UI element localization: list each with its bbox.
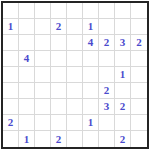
cell-r6-c1[interactable]	[3, 83, 19, 99]
cell-r5-c3[interactable]	[35, 67, 51, 83]
cell-r8-c2[interactable]	[19, 115, 35, 131]
cell-r8-c7[interactable]	[99, 115, 115, 131]
cell-r3-c6[interactable]: 4	[83, 35, 99, 51]
cell-r4-c9[interactable]	[131, 51, 147, 67]
cell-r2-c4[interactable]: 2	[51, 19, 67, 35]
cell-r4-c1[interactable]	[3, 51, 19, 67]
cell-r3-c3[interactable]	[35, 35, 51, 51]
cell-r4-c6[interactable]	[83, 51, 99, 67]
cell-r4-c7[interactable]	[99, 51, 115, 67]
cell-r2-c2[interactable]	[19, 19, 35, 35]
cell-r6-c9[interactable]	[131, 83, 147, 99]
cell-r1-c1[interactable]	[3, 3, 19, 19]
cell-r9-c4[interactable]: 2	[51, 131, 67, 147]
cell-r7-c9[interactable]	[131, 99, 147, 115]
cell-r6-c4[interactable]	[51, 83, 67, 99]
cell-r3-c2[interactable]	[19, 35, 35, 51]
cell-r7-c6[interactable]	[83, 99, 99, 115]
cell-r2-c6[interactable]: 1	[83, 19, 99, 35]
cell-r7-c1[interactable]	[3, 99, 19, 115]
cell-r1-c8[interactable]	[115, 3, 131, 19]
cell-r6-c5[interactable]	[67, 83, 83, 99]
cell-r9-c2[interactable]: 1	[19, 131, 35, 147]
cell-r3-c8[interactable]: 3	[115, 35, 131, 51]
cell-r7-c3[interactable]	[35, 99, 51, 115]
cell-r1-c4[interactable]	[51, 3, 67, 19]
cell-r2-c8[interactable]	[115, 19, 131, 35]
cell-r8-c9[interactable]	[131, 115, 147, 131]
cell-r3-c5[interactable]	[67, 35, 83, 51]
cell-r2-c9[interactable]	[131, 19, 147, 35]
cell-r1-c5[interactable]	[67, 3, 83, 19]
cell-r5-c8[interactable]: 1	[115, 67, 131, 83]
cell-r9-c3[interactable]	[35, 131, 51, 147]
cell-r8-c1[interactable]: 2	[3, 115, 19, 131]
cell-r6-c8[interactable]	[115, 83, 131, 99]
cell-r5-c5[interactable]	[67, 67, 83, 83]
cell-r9-c1[interactable]	[3, 131, 19, 147]
cell-r5-c2[interactable]	[19, 67, 35, 83]
cell-r3-c9[interactable]: 2	[131, 35, 147, 51]
cell-r2-c5[interactable]	[67, 19, 83, 35]
cell-r1-c6[interactable]	[83, 3, 99, 19]
cell-r2-c3[interactable]	[35, 19, 51, 35]
cell-r7-c8[interactable]: 2	[115, 99, 131, 115]
cell-r2-c1[interactable]: 1	[3, 19, 19, 35]
cell-r2-c7[interactable]	[99, 19, 115, 35]
cell-r7-c4[interactable]	[51, 99, 67, 115]
cell-r8-c4[interactable]	[51, 115, 67, 131]
cell-r6-c2[interactable]	[19, 83, 35, 99]
puzzle-board: 12142324123221122	[1, 1, 149, 149]
cell-r4-c4[interactable]	[51, 51, 67, 67]
cell-r5-c6[interactable]	[83, 67, 99, 83]
cell-r9-c9[interactable]	[131, 131, 147, 147]
cell-r1-c2[interactable]	[19, 3, 35, 19]
cell-r8-c6[interactable]: 1	[83, 115, 99, 131]
cell-r3-c4[interactable]	[51, 35, 67, 51]
cell-r4-c5[interactable]	[67, 51, 83, 67]
cell-r5-c9[interactable]	[131, 67, 147, 83]
cell-r1-c7[interactable]	[99, 3, 115, 19]
cell-r3-c1[interactable]	[3, 35, 19, 51]
cell-r5-c7[interactable]	[99, 67, 115, 83]
cell-r9-c5[interactable]	[67, 131, 83, 147]
cell-r8-c3[interactable]	[35, 115, 51, 131]
cell-r4-c3[interactable]	[35, 51, 51, 67]
cell-r4-c8[interactable]	[115, 51, 131, 67]
cell-r6-c7[interactable]: 2	[99, 83, 115, 99]
cell-r6-c6[interactable]	[83, 83, 99, 99]
cell-r9-c6[interactable]	[83, 131, 99, 147]
cell-r5-c4[interactable]	[51, 67, 67, 83]
cell-r3-c7[interactable]: 2	[99, 35, 115, 51]
cell-r1-c3[interactable]	[35, 3, 51, 19]
cell-r5-c1[interactable]	[3, 67, 19, 83]
cell-r7-c5[interactable]	[67, 99, 83, 115]
cell-r8-c5[interactable]	[67, 115, 83, 131]
cell-r7-c7[interactable]: 3	[99, 99, 115, 115]
cell-r9-c7[interactable]	[99, 131, 115, 147]
cell-r9-c8[interactable]: 2	[115, 131, 131, 147]
cell-r8-c8[interactable]	[115, 115, 131, 131]
cell-r7-c2[interactable]	[19, 99, 35, 115]
cell-r6-c3[interactable]	[35, 83, 51, 99]
cell-r1-c9[interactable]	[131, 3, 147, 19]
cell-r4-c2[interactable]: 4	[19, 51, 35, 67]
